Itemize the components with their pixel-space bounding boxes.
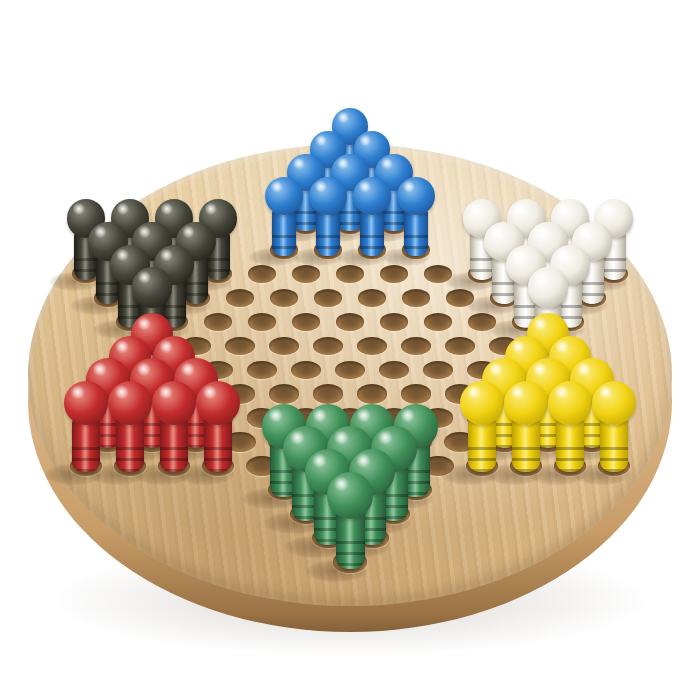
board-cells-layer <box>0 0 700 700</box>
board-hole[interactable] <box>292 265 320 283</box>
peg-ball <box>265 177 303 215</box>
board-hole[interactable] <box>226 289 254 307</box>
board-hole[interactable] <box>204 313 233 331</box>
board-hole[interactable] <box>401 384 431 403</box>
peg-ball <box>108 381 152 425</box>
board-hole[interactable] <box>423 361 453 380</box>
peg-ball <box>548 381 592 425</box>
board-hole[interactable] <box>336 265 364 283</box>
board-hole[interactable] <box>357 384 387 403</box>
board-hole[interactable] <box>357 337 386 355</box>
board-hole[interactable] <box>247 361 277 380</box>
board-hole[interactable] <box>313 384 343 403</box>
board-hole[interactable] <box>248 313 277 331</box>
peg-ball <box>353 177 391 215</box>
board-hole[interactable] <box>225 337 254 355</box>
board-hole[interactable] <box>270 289 298 307</box>
chinese-checkers-scene <box>0 0 700 700</box>
peg-ball <box>397 177 435 215</box>
board-hole[interactable] <box>314 289 342 307</box>
board-hole[interactable] <box>292 313 321 331</box>
peg-ball <box>460 381 504 425</box>
peg-ball <box>504 381 548 425</box>
board-hole[interactable] <box>402 289 430 307</box>
peg-ball <box>196 381 240 425</box>
peg-ball <box>309 177 347 215</box>
peg-ball <box>152 381 196 425</box>
board-hole[interactable] <box>380 265 408 283</box>
board-hole[interactable] <box>335 361 365 380</box>
board-hole[interactable] <box>313 337 342 355</box>
board-hole[interactable] <box>379 361 409 380</box>
board-hole[interactable] <box>269 384 299 403</box>
board-hole[interactable] <box>291 361 321 380</box>
board-hole[interactable] <box>269 337 298 355</box>
board-hole[interactable] <box>401 337 430 355</box>
peg-ball <box>327 472 374 519</box>
board-hole[interactable] <box>380 313 409 331</box>
board-hole[interactable] <box>336 313 365 331</box>
peg-ball <box>592 381 636 425</box>
board-hole[interactable] <box>424 313 453 331</box>
board-hole[interactable] <box>248 265 276 283</box>
board-hole[interactable] <box>358 289 386 307</box>
board-hole[interactable] <box>445 337 474 355</box>
peg-ball <box>64 381 108 425</box>
